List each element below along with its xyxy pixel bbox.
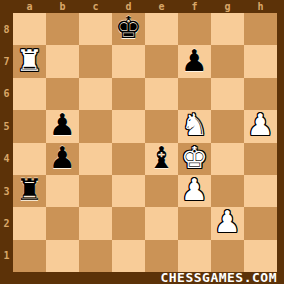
rank-label-5: 5 [0,110,13,142]
square-h7[interactable] [244,45,277,77]
square-b3[interactable] [46,175,79,207]
square-h2[interactable] [244,207,277,239]
square-g8[interactable] [211,13,244,45]
white-king[interactable]: ♚ [181,143,208,173]
square-a4[interactable] [13,143,46,175]
square-f5[interactable]: ♞ [178,110,211,142]
square-c7[interactable] [79,45,112,77]
black-pawn[interactable]: ♟ [49,110,76,140]
square-b2[interactable] [46,207,79,239]
square-d3[interactable] [112,175,145,207]
square-b6[interactable] [46,78,79,110]
square-g4[interactable] [211,143,244,175]
file-label-a: a [13,0,46,13]
file-label-g: g [211,0,244,13]
square-d2[interactable] [112,207,145,239]
square-c2[interactable] [79,207,112,239]
square-e7[interactable] [145,45,178,77]
black-rook[interactable]: ♜ [16,175,43,205]
rank-label-1: 1 [0,240,13,272]
square-d7[interactable] [112,45,145,77]
square-g2[interactable]: ♟ [211,207,244,239]
white-rook[interactable]: ♜ [16,46,43,76]
white-pawn[interactable]: ♟ [247,110,274,140]
square-f8[interactable] [178,13,211,45]
square-a2[interactable] [13,207,46,239]
square-b5[interactable]: ♟ [46,110,79,142]
square-e2[interactable] [145,207,178,239]
rank-label-2: 2 [0,207,13,239]
square-d5[interactable] [112,110,145,142]
square-e5[interactable] [145,110,178,142]
square-e6[interactable] [145,78,178,110]
white-pawn[interactable]: ♟ [214,207,241,237]
square-e8[interactable] [145,13,178,45]
square-a3[interactable]: ♜ [13,175,46,207]
chessgames-watermark: CHESSGAMES.COM [160,272,277,284]
black-pawn[interactable]: ♟ [181,46,208,76]
square-e1[interactable] [145,240,178,272]
black-king[interactable]: ♚ [115,13,142,43]
square-g1[interactable] [211,240,244,272]
square-f4[interactable]: ♚ [178,143,211,175]
chess-board-frame: abcdefgh 87654321 ♚♜♟♟♞♟♟♝♚♜♟♟ CHESSGAME… [0,0,284,284]
file-label-c: c [79,0,112,13]
square-g6[interactable] [211,78,244,110]
white-pawn[interactable]: ♟ [181,175,208,205]
file-label-b: b [46,0,79,13]
square-h4[interactable] [244,143,277,175]
square-h3[interactable] [244,175,277,207]
square-g3[interactable] [211,175,244,207]
square-e3[interactable] [145,175,178,207]
square-d4[interactable] [112,143,145,175]
square-c6[interactable] [79,78,112,110]
square-h6[interactable] [244,78,277,110]
rank-label-8: 8 [0,13,13,45]
file-label-h: h [244,0,277,13]
square-b1[interactable] [46,240,79,272]
square-a8[interactable] [13,13,46,45]
square-c8[interactable] [79,13,112,45]
rank-label-7: 7 [0,45,13,77]
rank-label-4: 4 [0,143,13,175]
square-h8[interactable] [244,13,277,45]
square-f1[interactable] [178,240,211,272]
square-a6[interactable] [13,78,46,110]
rank-label-3: 3 [0,175,13,207]
white-knight[interactable]: ♞ [181,110,208,140]
square-g7[interactable] [211,45,244,77]
square-d6[interactable] [112,78,145,110]
rank-labels: 87654321 [0,13,13,272]
square-c3[interactable] [79,175,112,207]
square-b7[interactable] [46,45,79,77]
square-f2[interactable] [178,207,211,239]
square-a1[interactable] [13,240,46,272]
square-b8[interactable] [46,13,79,45]
square-h5[interactable]: ♟ [244,110,277,142]
square-c5[interactable] [79,110,112,142]
file-label-f: f [178,0,211,13]
square-e4[interactable]: ♝ [145,143,178,175]
square-f3[interactable]: ♟ [178,175,211,207]
square-d1[interactable] [112,240,145,272]
square-c4[interactable] [79,143,112,175]
square-f6[interactable] [178,78,211,110]
square-c1[interactable] [79,240,112,272]
file-label-e: e [145,0,178,13]
black-bishop[interactable]: ♝ [148,143,175,173]
chess-board: ♚♜♟♟♞♟♟♝♚♜♟♟ [13,13,277,272]
file-labels: abcdefgh [13,0,277,13]
square-a7[interactable]: ♜ [13,45,46,77]
square-d8[interactable]: ♚ [112,13,145,45]
square-a5[interactable] [13,110,46,142]
square-g5[interactable] [211,110,244,142]
black-pawn[interactable]: ♟ [49,143,76,173]
square-f7[interactable]: ♟ [178,45,211,77]
rank-label-6: 6 [0,78,13,110]
square-b4[interactable]: ♟ [46,143,79,175]
square-h1[interactable] [244,240,277,272]
